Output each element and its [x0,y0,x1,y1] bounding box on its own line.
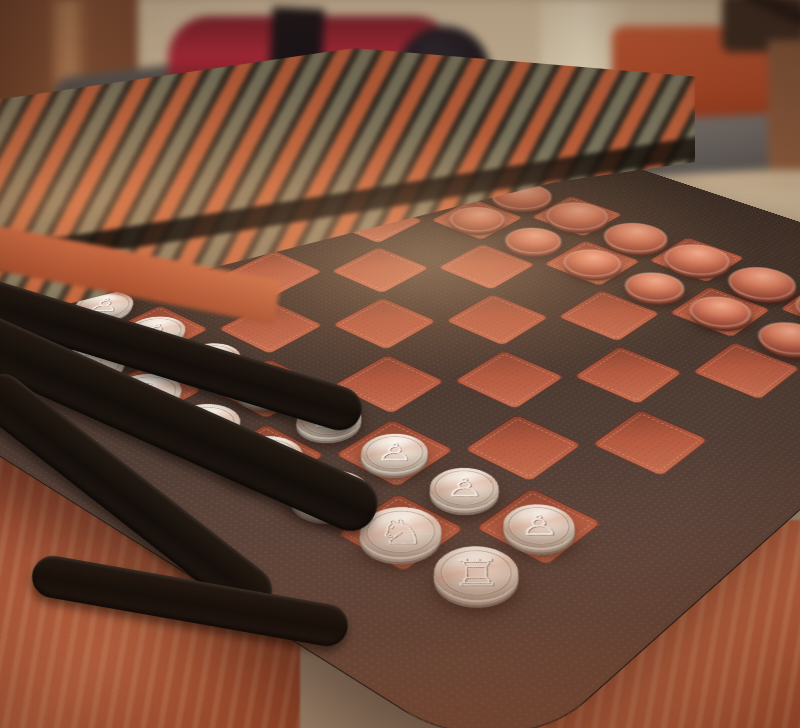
wood-furniture-right [768,40,800,170]
pawn-engraving-icon: ♙ [518,512,561,540]
pawn-engraving-icon: ♙ [375,440,414,464]
knight-engraving-icon: ♘ [374,514,426,549]
pawn-engraving-icon: ♙ [445,475,485,501]
rook-engraving-icon: ♖ [450,554,504,591]
photo-scene: ♙♙♙♙♙♙♙♙♖♘♗♕♔♗♘♖ [0,0,800,728]
